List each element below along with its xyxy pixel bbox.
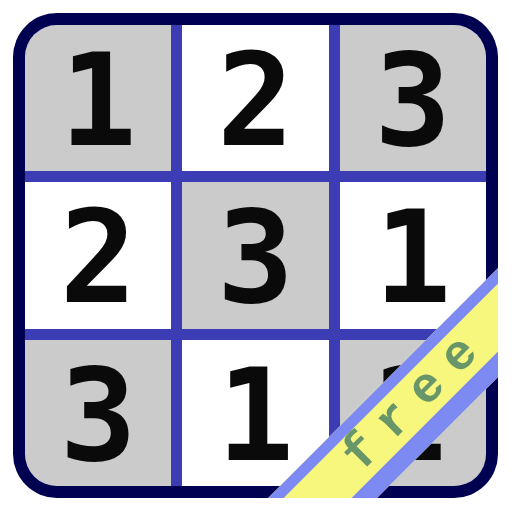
grid-cell-r3c1: 3: [25, 340, 171, 486]
grid-cell-r1c3: 3: [340, 25, 486, 171]
grid-cell-r1c1: 1: [25, 25, 171, 171]
sudoku-app-icon[interactable]: 1 2 3 2 3 1 3 1 2 free: [13, 13, 498, 498]
app-icon-canvas: 1 2 3 2 3 1 3 1 2 free: [0, 0, 512, 512]
grid-cell-r2c2: 3: [182, 182, 328, 328]
grid-cell-r2c1: 2: [25, 182, 171, 328]
grid-cell-r1c2: 2: [182, 25, 328, 171]
